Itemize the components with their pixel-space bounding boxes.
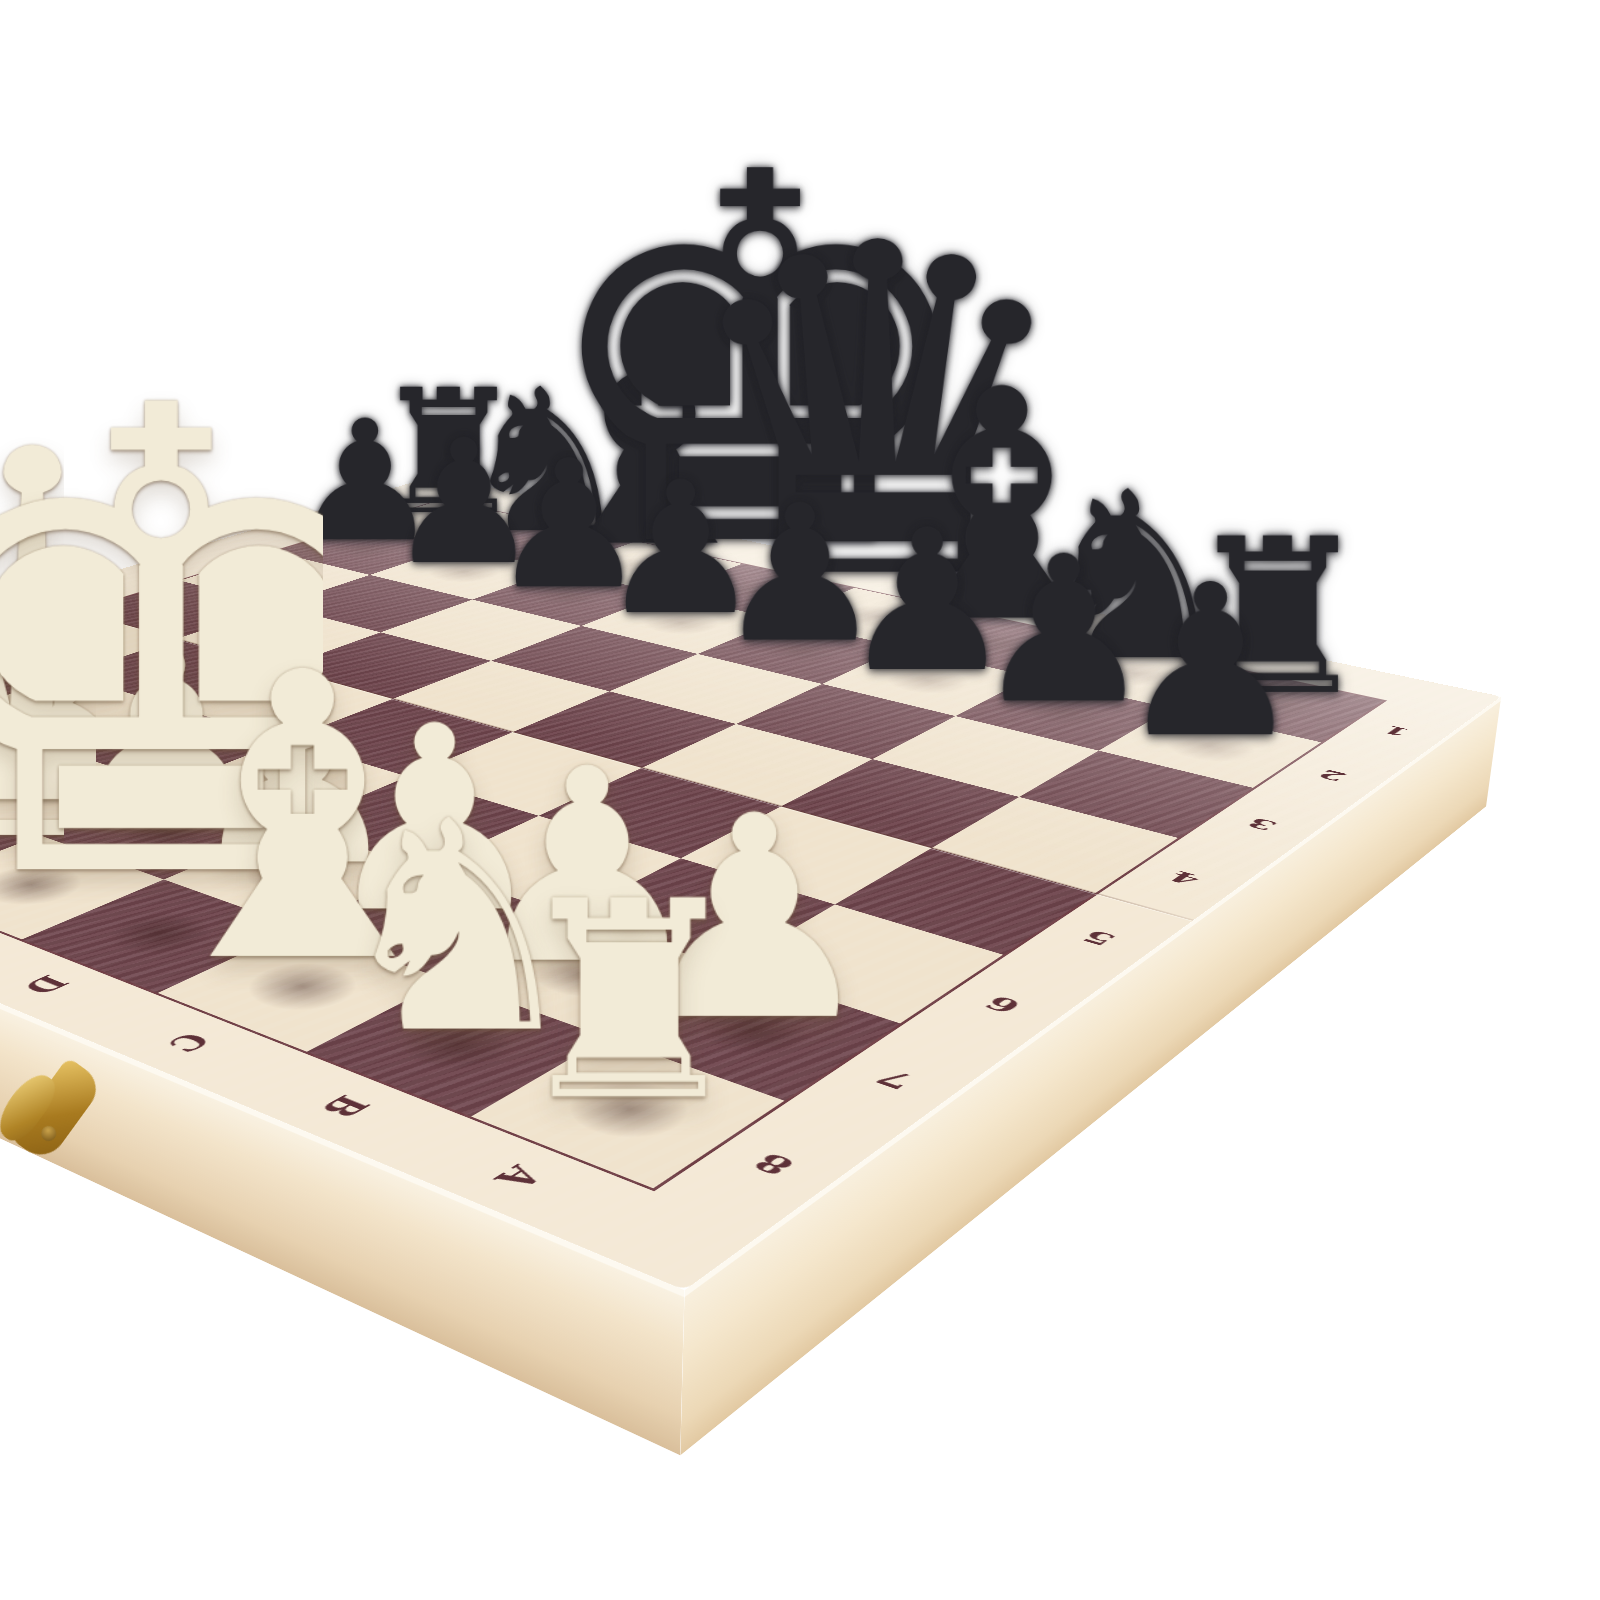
piece-white-rook-a8[interactable]: ♜ (507, 872, 751, 1131)
piece-black-pawn-a2[interactable]: ♟ (1116, 563, 1304, 763)
product-photo-stage: HGFEDCBA12345678 ♜♞♝♚♛♝♞♜♟♟♟♟♟♟♟♟♟♟♟♟♟♟♟… (0, 0, 1600, 1600)
chessboard-3d-scene: HGFEDCBA12345678 ♜♞♝♚♛♝♞♜♟♟♟♟♟♟♟♟♟♟♟♟♟♟♟… (0, 0, 1600, 1600)
